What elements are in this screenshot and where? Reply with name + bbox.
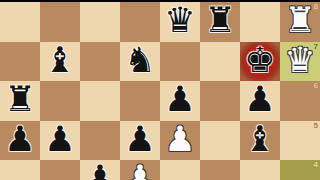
square-a8[interactable] [0, 2, 40, 42]
square-b4[interactable] [40, 160, 80, 180]
square-f6[interactable] [200, 81, 240, 121]
chess-board: ♛♜♜8♝♞♚♛7♜♟♟6♟♟♟♟♝5♟♟4 [0, 2, 320, 180]
square-f4[interactable] [200, 160, 240, 180]
top-black-bar [0, 0, 320, 2]
square-h7[interactable]: ♛7 [280, 42, 320, 82]
black-king[interactable]: ♚ [244, 43, 275, 78]
square-g6[interactable]: ♟ [240, 81, 280, 121]
rank-label-8: 8 [314, 3, 318, 11]
square-e5[interactable]: ♟ [160, 121, 200, 161]
square-b6[interactable] [40, 81, 80, 121]
square-b8[interactable] [40, 2, 80, 42]
black-pawn[interactable]: ♟ [84, 161, 115, 180]
rank-label-6: 6 [314, 82, 318, 90]
square-e7[interactable] [160, 42, 200, 82]
square-a4[interactable] [0, 160, 40, 180]
white-queen[interactable]: ♛ [284, 43, 315, 78]
square-d5[interactable]: ♟ [120, 121, 160, 161]
square-h4[interactable]: 4 [280, 160, 320, 180]
black-pawn[interactable]: ♟ [44, 122, 75, 157]
square-g4[interactable] [240, 160, 280, 180]
square-b5[interactable]: ♟ [40, 121, 80, 161]
square-f5[interactable] [200, 121, 240, 161]
black-rook[interactable]: ♜ [204, 3, 235, 38]
square-e8[interactable]: ♛ [160, 2, 200, 42]
square-d8[interactable] [120, 2, 160, 42]
square-f8[interactable]: ♜ [200, 2, 240, 42]
white-rook[interactable]: ♜ [284, 3, 315, 38]
square-a5[interactable]: ♟ [0, 121, 40, 161]
screenshot-root: ♛♜♜8♝♞♚♛7♜♟♟6♟♟♟♟♝5♟♟4 [0, 0, 320, 180]
white-pawn[interactable]: ♟ [124, 161, 155, 180]
square-a7[interactable] [0, 42, 40, 82]
square-e4[interactable] [160, 160, 200, 180]
square-d6[interactable] [120, 81, 160, 121]
square-g8[interactable] [240, 2, 280, 42]
square-e6[interactable]: ♟ [160, 81, 200, 121]
square-c4[interactable]: ♟ [80, 160, 120, 180]
black-queen[interactable]: ♛ [164, 3, 195, 38]
square-h6[interactable]: 6 [280, 81, 320, 121]
square-c7[interactable] [80, 42, 120, 82]
square-a6[interactable]: ♜ [0, 81, 40, 121]
black-pawn[interactable]: ♟ [124, 122, 155, 157]
black-rook[interactable]: ♜ [4, 82, 35, 117]
square-c6[interactable] [80, 81, 120, 121]
rank-label-7: 7 [314, 43, 318, 51]
rank-label-5: 5 [314, 122, 318, 130]
black-bishop[interactable]: ♝ [44, 43, 75, 78]
square-h5[interactable]: 5 [280, 121, 320, 161]
square-c8[interactable] [80, 2, 120, 42]
square-f7[interactable] [200, 42, 240, 82]
rank-label-4: 4 [314, 161, 318, 169]
black-pawn[interactable]: ♟ [244, 82, 275, 117]
black-bishop[interactable]: ♝ [244, 122, 275, 157]
black-knight[interactable]: ♞ [124, 43, 155, 78]
black-pawn[interactable]: ♟ [4, 122, 35, 157]
square-g5[interactable]: ♝ [240, 121, 280, 161]
square-c5[interactable] [80, 121, 120, 161]
square-h8[interactable]: ♜8 [280, 2, 320, 42]
black-pawn[interactable]: ♟ [164, 82, 195, 117]
square-d7[interactable]: ♞ [120, 42, 160, 82]
square-g7[interactable]: ♚ [240, 42, 280, 82]
white-pawn[interactable]: ♟ [164, 122, 195, 157]
square-b7[interactable]: ♝ [40, 42, 80, 82]
square-d4[interactable]: ♟ [120, 160, 160, 180]
